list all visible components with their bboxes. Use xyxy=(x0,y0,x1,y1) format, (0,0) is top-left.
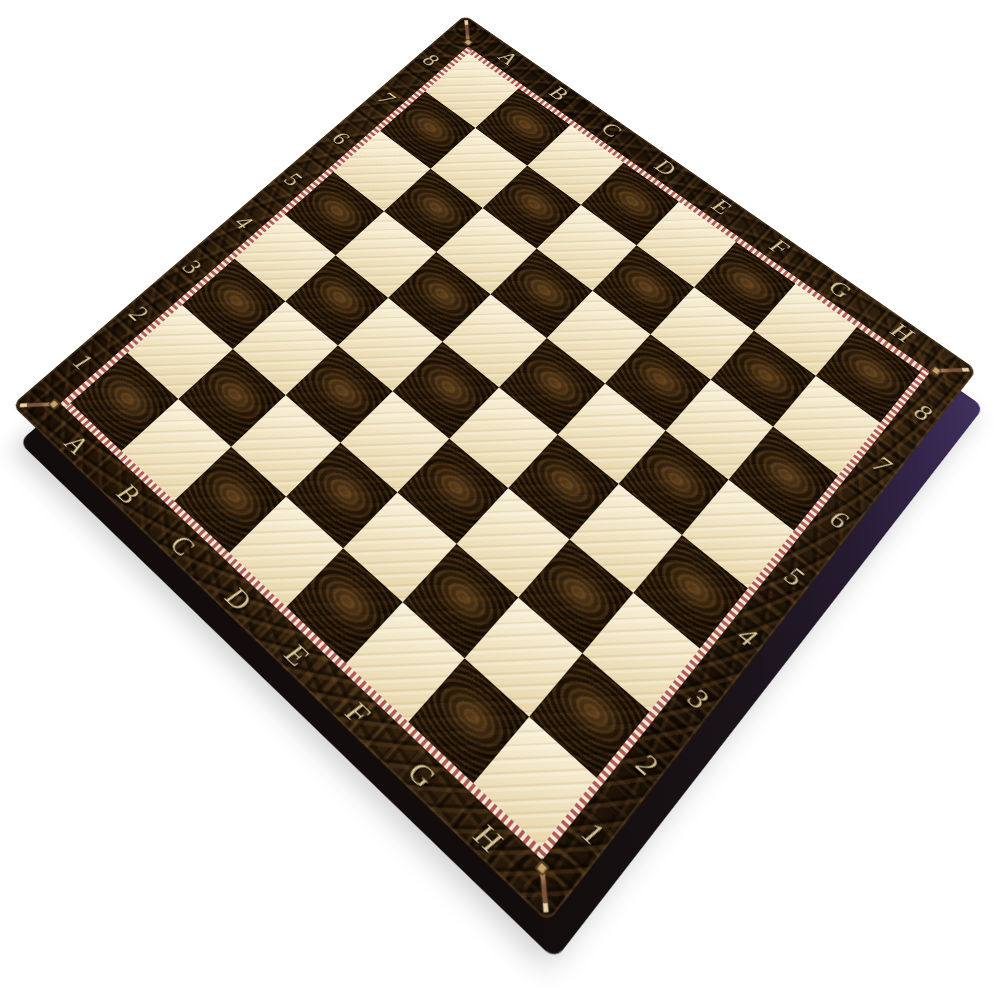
chess-board: ABCDEFGH ABCDEFGH 87654321 87654321 xyxy=(12,15,977,923)
playing-area xyxy=(70,53,920,847)
corner-inlay-left xyxy=(20,402,53,407)
corner-inlay-bottom xyxy=(540,869,549,912)
board-photo: ABCDEFGH ABCDEFGH 87654321 87654321 xyxy=(0,0,1000,1000)
corner-inlay-right xyxy=(937,368,970,373)
corner-inlay-top xyxy=(464,20,469,42)
